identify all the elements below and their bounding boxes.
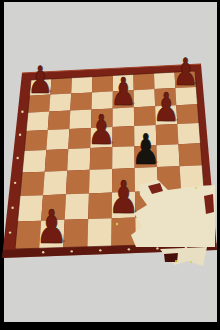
chess-board-scene: ♟♟♟♟♟♟♟♟ (0, 0, 220, 330)
piece-white-pawn-b1[interactable]: ♟ (36, 200, 68, 254)
square-a5[interactable] (24, 130, 47, 151)
frame-pin-dot (21, 111, 23, 113)
piece-black-pawn-f4[interactable]: ♟ (132, 124, 161, 174)
square-a4[interactable] (22, 150, 46, 173)
screenshot-canvas: ♟♟♟♟♟♟♟♟ (0, 0, 220, 330)
frame-pin-dot (99, 249, 101, 251)
render-glitch-speck (195, 187, 197, 189)
piece-white-pawn-e2[interactable]: ♟ (108, 171, 139, 223)
frame-pin-dot (14, 182, 16, 184)
square-b3[interactable] (43, 171, 67, 195)
frame-pin-dot (16, 157, 18, 159)
render-glitch-blob (131, 180, 215, 247)
square-b5[interactable] (46, 129, 69, 150)
frame-pin-dot (156, 247, 158, 249)
frame-pin-dot (19, 134, 21, 136)
square-h4[interactable] (178, 143, 202, 166)
render-glitch-speck (116, 223, 118, 225)
square-b4[interactable] (45, 149, 69, 172)
square-c8[interactable] (71, 77, 92, 94)
piece-white-pawn-a8[interactable]: ♟ (27, 58, 52, 102)
frame-pin-dot (9, 231, 11, 233)
render-glitch-speck (175, 260, 177, 262)
frame-pin-dot (128, 248, 130, 250)
piece-white-pawn-d5[interactable]: ♟ (88, 106, 116, 154)
frame-pin-dot (71, 250, 73, 252)
square-b6[interactable] (48, 111, 71, 130)
square-a3[interactable] (20, 172, 45, 196)
frame-pin-dot (11, 207, 13, 209)
square-b8[interactable] (50, 78, 72, 95)
square-c2[interactable] (65, 193, 89, 219)
square-c3[interactable] (66, 170, 90, 194)
square-f8[interactable] (134, 73, 155, 90)
square-a6[interactable] (26, 112, 49, 131)
square-h5[interactable] (177, 123, 200, 144)
render-glitch-speck (190, 261, 192, 263)
